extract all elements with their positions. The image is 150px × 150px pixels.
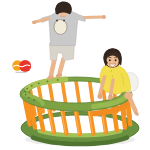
photo-canvas [0,0,150,150]
girl-eye-left [109,59,111,61]
boy-shirt-graphic-ear-right [63,19,65,21]
girl-button-2 [112,75,113,76]
boy-balancing [32,1,106,80]
girl-knee [124,92,132,99]
girl-left-hand [98,94,103,99]
boy-legs [51,59,64,76]
top-ring-light-segment [28,80,66,89]
girl-eye-right [115,59,117,61]
girl-right-hand [108,95,113,100]
brand-logo [12,60,31,73]
scene-graphic [0,0,150,150]
girl-button-1 [111,70,112,71]
boy-shirt-graphic-ear-left [56,19,58,21]
logo-tagline-text [16,72,27,73]
boy-shirt-oval-graphic [54,20,67,35]
boy-right-hand [102,15,106,19]
boy-left-hand [32,20,36,24]
